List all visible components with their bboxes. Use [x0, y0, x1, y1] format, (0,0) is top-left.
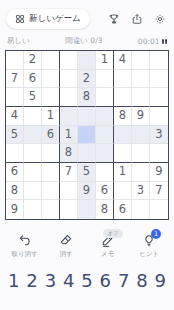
- status-bar: 易しい 間違い 0/3 00:01: [0, 29, 174, 49]
- sudoku-cell-r9c7[interactable]: 6: [114, 200, 132, 219]
- sudoku-cell-r3c6[interactable]: [96, 88, 114, 107]
- numpad-key-9[interactable]: 9: [155, 270, 166, 292]
- share-icon[interactable]: [131, 13, 143, 25]
- sudoku-cell-r9c8[interactable]: [132, 200, 150, 219]
- sudoku-cell-r8c3[interactable]: [42, 182, 60, 201]
- sudoku-cell-r3c2[interactable]: 5: [24, 88, 42, 107]
- difficulty-label: 易しい: [7, 36, 30, 46]
- sudoku-cell-r4c9[interactable]: [150, 107, 168, 126]
- sudoku-cell-r4c4[interactable]: [60, 107, 78, 126]
- sudoku-cell-r2c5[interactable]: 2: [78, 70, 96, 89]
- sudoku-cell-r3c3[interactable]: [42, 88, 60, 107]
- sudoku-cell-r6c4[interactable]: 8: [60, 144, 78, 163]
- sudoku-cell-r1c2[interactable]: 2: [24, 51, 42, 70]
- undo-button[interactable]: 取り消す: [4, 233, 46, 259]
- sudoku-cell-r7c4[interactable]: 7: [60, 163, 78, 182]
- number-pad: 123456789: [0, 270, 174, 292]
- sudoku-cell-r8c4[interactable]: [60, 182, 78, 201]
- sudoku-cell-r5c2[interactable]: [24, 126, 42, 145]
- sudoku-cell-r7c9[interactable]: 9: [150, 163, 168, 182]
- timer-value: 00:01: [138, 37, 160, 46]
- numpad-key-3[interactable]: 3: [45, 270, 56, 292]
- grid-icon: [15, 14, 25, 24]
- sudoku-cell-r1c6[interactable]: 1: [96, 51, 114, 70]
- sudoku-cell-r1c9[interactable]: [150, 51, 168, 70]
- sudoku-cell-r9c6[interactable]: 8: [96, 200, 114, 219]
- erase-button[interactable]: 消す: [46, 233, 88, 259]
- sudoku-cell-r8c8[interactable]: 3: [132, 182, 150, 201]
- sudoku-cell-r2c8[interactable]: [132, 70, 150, 89]
- undo-label: 取り消す: [12, 250, 38, 259]
- trophy-icon[interactable]: [108, 13, 120, 25]
- sudoku-cell-r1c1[interactable]: [6, 51, 24, 70]
- sudoku-cell-r1c3[interactable]: [42, 51, 60, 70]
- sudoku-cell-r2c1[interactable]: 7: [6, 70, 24, 89]
- sudoku-cell-r8c7[interactable]: [114, 182, 132, 201]
- sudoku-cell-r9c9[interactable]: [150, 200, 168, 219]
- numpad-key-5[interactable]: 5: [81, 270, 92, 292]
- sudoku-cell-r6c2[interactable]: [24, 144, 42, 163]
- sudoku-cell-r9c3[interactable]: [42, 200, 60, 219]
- sudoku-cell-r5c5[interactable]: [78, 126, 96, 145]
- hint-label: ヒント: [139, 250, 159, 259]
- sudoku-cell-r8c6[interactable]: 6: [96, 182, 114, 201]
- sudoku-cell-r9c2[interactable]: [24, 200, 42, 219]
- sudoku-cell-r2c7[interactable]: [114, 70, 132, 89]
- sudoku-board: 214762584189561386751989637986: [5, 50, 169, 220]
- new-game-label: 新しいゲーム: [29, 13, 81, 25]
- sudoku-cell-r3c1[interactable]: [6, 88, 24, 107]
- sudoku-cell-r3c4[interactable]: [60, 88, 78, 107]
- erase-label: 消す: [60, 250, 73, 259]
- sudoku-cell-r2c9[interactable]: [150, 70, 168, 89]
- sudoku-cell-r7c5[interactable]: 5: [78, 163, 96, 182]
- sudoku-cell-r6c7[interactable]: [114, 144, 132, 163]
- tool-bar: 取り消す 消す オフ メモ 1 ヒン: [0, 233, 174, 259]
- sudoku-cell-r5c6[interactable]: [96, 126, 114, 145]
- sudoku-cell-r8c9[interactable]: 7: [150, 182, 168, 201]
- eraser-icon: [59, 233, 73, 247]
- memo-button[interactable]: オフ メモ: [87, 233, 129, 259]
- sudoku-cell-r1c8[interactable]: [132, 51, 150, 70]
- sudoku-cell-r5c8[interactable]: [132, 126, 150, 145]
- pause-icon[interactable]: [162, 39, 167, 44]
- numpad-key-4[interactable]: 4: [63, 270, 74, 292]
- sudoku-cell-r5c3[interactable]: 6: [42, 126, 60, 145]
- numpad-key-1[interactable]: 1: [8, 270, 19, 292]
- sudoku-cell-r5c7[interactable]: [114, 126, 132, 145]
- sudoku-cell-r8c5[interactable]: 9: [78, 182, 96, 201]
- sudoku-cell-r5c1[interactable]: 5: [6, 126, 24, 145]
- sudoku-cell-r5c4[interactable]: 1: [60, 126, 78, 145]
- sudoku-cell-r7c8[interactable]: [132, 163, 150, 182]
- sudoku-cell-r9c1[interactable]: 9: [6, 200, 24, 219]
- sudoku-cell-r2c2[interactable]: 6: [24, 70, 42, 89]
- sudoku-cell-r7c6[interactable]: [96, 163, 114, 182]
- sudoku-cell-r6c8[interactable]: [132, 144, 150, 163]
- new-game-button[interactable]: 新しいゲーム: [6, 9, 90, 29]
- sudoku-cell-r6c6[interactable]: [96, 144, 114, 163]
- sudoku-cell-r7c3[interactable]: [42, 163, 60, 182]
- sudoku-cell-r6c5[interactable]: [78, 144, 96, 163]
- sudoku-cell-r5c9[interactable]: 3: [150, 126, 168, 145]
- sudoku-cell-r3c5[interactable]: 8: [78, 88, 96, 107]
- sudoku-cell-r4c5[interactable]: [78, 107, 96, 126]
- numpad-key-6[interactable]: 6: [100, 270, 111, 292]
- hint-count-badge: 1: [151, 229, 161, 239]
- sudoku-cell-r3c9[interactable]: [150, 88, 168, 107]
- sudoku-cell-r4c1[interactable]: 4: [6, 107, 24, 126]
- memo-toggle-badge: オフ: [103, 229, 122, 238]
- sudoku-cell-r6c3[interactable]: [42, 144, 60, 163]
- hint-button[interactable]: 1 ヒント: [129, 233, 171, 259]
- top-bar-icons: [108, 13, 166, 25]
- numpad-key-8[interactable]: 8: [136, 270, 147, 292]
- sudoku-cell-r4c3[interactable]: 1: [42, 107, 60, 126]
- sudoku-cell-r7c7[interactable]: 1: [114, 163, 132, 182]
- sudoku-cell-r4c8[interactable]: 9: [132, 107, 150, 126]
- mistakes-counter: 間違い 0/3: [65, 36, 102, 46]
- sudoku-cell-r3c7[interactable]: [114, 88, 132, 107]
- timer: 00:01: [138, 37, 167, 46]
- memo-label: メモ: [101, 250, 114, 259]
- sudoku-cell-r6c1[interactable]: [6, 144, 24, 163]
- sudoku-cell-r9c5[interactable]: [78, 200, 96, 219]
- top-bar: 新しいゲーム: [0, 0, 174, 29]
- sudoku-cell-r8c2[interactable]: [24, 182, 42, 201]
- sudoku-cell-r4c6[interactable]: [96, 107, 114, 126]
- sudoku-cell-r2c6[interactable]: [96, 70, 114, 89]
- sudoku-cell-r1c4[interactable]: [60, 51, 78, 70]
- sudoku-cell-r6c9[interactable]: [150, 144, 168, 163]
- sudoku-cell-r9c4[interactable]: [60, 200, 78, 219]
- numpad-key-2[interactable]: 2: [26, 270, 37, 292]
- sudoku-cell-r7c1[interactable]: 6: [6, 163, 24, 182]
- numpad-key-7[interactable]: 7: [118, 270, 129, 292]
- sudoku-cell-r4c7[interactable]: 8: [114, 107, 132, 126]
- sudoku-cell-r4c2[interactable]: [24, 107, 42, 126]
- sudoku-cell-r1c7[interactable]: 4: [114, 51, 132, 70]
- sudoku-cell-r2c4[interactable]: [60, 70, 78, 89]
- sudoku-cell-r3c8[interactable]: [132, 88, 150, 107]
- sudoku-cell-r2c3[interactable]: [42, 70, 60, 89]
- sudoku-cell-r8c1[interactable]: 8: [6, 182, 24, 201]
- undo-icon: [18, 233, 32, 247]
- sudoku-cell-r1c5[interactable]: [78, 51, 96, 70]
- settings-icon[interactable]: [154, 13, 166, 25]
- sudoku-cell-r7c2[interactable]: [24, 163, 42, 182]
